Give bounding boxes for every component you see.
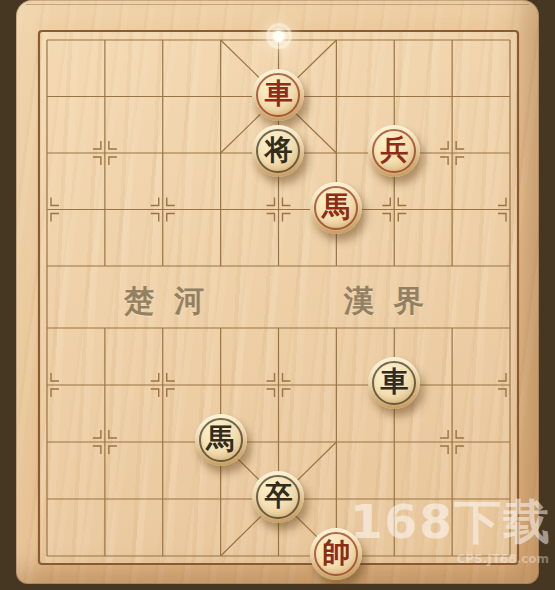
river-label-chu-he: 楚河 bbox=[124, 281, 224, 322]
piece-black-general[interactable]: 将 bbox=[252, 125, 304, 177]
piece-character: 馬 bbox=[207, 425, 235, 453]
piece-character: 将 bbox=[264, 136, 292, 164]
piece-black-chariot[interactable]: 車 bbox=[368, 357, 420, 409]
piece-red-horse[interactable]: 馬 bbox=[310, 182, 362, 234]
piece-black-horse[interactable]: 馬 bbox=[195, 414, 247, 466]
piece-black-soldier[interactable]: 卒 bbox=[252, 471, 304, 523]
piece-red-soldier[interactable]: 兵 bbox=[368, 125, 420, 177]
piece-character: 車 bbox=[264, 80, 292, 108]
piece-character: 車 bbox=[380, 368, 408, 396]
piece-character: 馬 bbox=[322, 193, 350, 221]
piece-character: 卒 bbox=[264, 482, 292, 510]
piece-red-chariot[interactable]: 車 bbox=[252, 69, 304, 121]
piece-character: 兵 bbox=[380, 136, 408, 164]
watermark-url: CPS.JT68.com bbox=[456, 552, 549, 566]
glow-dot bbox=[273, 31, 284, 42]
piece-character: 帥 bbox=[322, 539, 350, 567]
last-move-indicator bbox=[266, 23, 292, 49]
xiangqi-game-screen: 楚河 漢界 車将兵馬車馬卒帥 168下载 CPS.JT68.com bbox=[0, 0, 555, 590]
watermark-text: 168下载 bbox=[350, 491, 552, 554]
river-label-han-jie: 漢界 bbox=[344, 281, 444, 322]
